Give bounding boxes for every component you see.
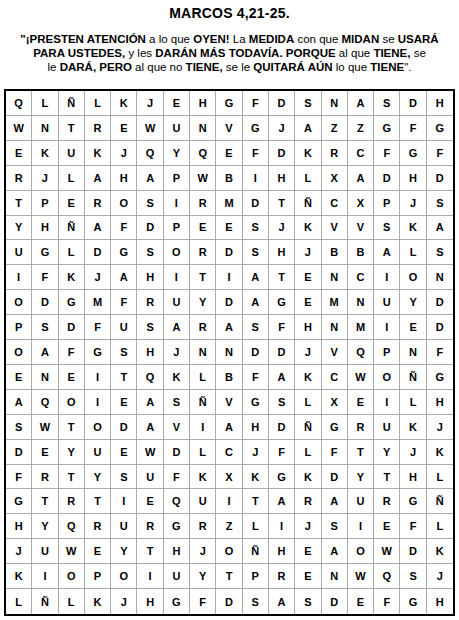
- grid-cell[interactable]: A: [348, 91, 374, 116]
- grid-cell[interactable]: V: [348, 216, 374, 241]
- grid-cell[interactable]: T: [190, 265, 216, 290]
- grid-cell[interactable]: G: [427, 116, 453, 141]
- grid-cell[interactable]: R: [137, 290, 163, 315]
- grid-cell[interactable]: Q: [348, 340, 374, 365]
- grid-cell[interactable]: N: [348, 290, 374, 315]
- grid-cell[interactable]: E: [111, 440, 137, 465]
- grid-cell[interactable]: B: [216, 166, 242, 191]
- grid-cell[interactable]: P: [6, 315, 32, 340]
- grid-cell[interactable]: F: [243, 141, 269, 166]
- grid-cell[interactable]: H: [32, 216, 58, 241]
- grid-cell[interactable]: S: [6, 415, 32, 440]
- grid-cell[interactable]: M: [322, 290, 348, 315]
- grid-cell[interactable]: A: [137, 415, 163, 440]
- grid-cell[interactable]: W: [190, 166, 216, 191]
- grid-cell[interactable]: Ñ: [59, 91, 85, 116]
- grid-cell[interactable]: E: [348, 390, 374, 415]
- grid-cell[interactable]: D: [243, 191, 269, 216]
- grid-cell[interactable]: R: [32, 465, 58, 490]
- grid-cell[interactable]: D: [269, 141, 295, 166]
- grid-cell[interactable]: L: [295, 390, 321, 415]
- grid-cell[interactable]: U: [374, 290, 400, 315]
- grid-cell[interactable]: D: [216, 589, 242, 614]
- grid-cell[interactable]: L: [427, 465, 453, 490]
- grid-cell[interactable]: I: [32, 564, 58, 589]
- grid-cell[interactable]: J: [111, 141, 137, 166]
- grid-cell[interactable]: Y: [400, 290, 426, 315]
- grid-cell[interactable]: U: [32, 539, 58, 564]
- grid-cell[interactable]: T: [374, 465, 400, 490]
- grid-cell[interactable]: K: [85, 589, 111, 614]
- grid-cell[interactable]: Ñ: [59, 216, 85, 241]
- grid-cell[interactable]: H: [137, 589, 163, 614]
- grid-cell[interactable]: V: [216, 390, 242, 415]
- grid-cell[interactable]: J: [111, 589, 137, 614]
- grid-cell[interactable]: B: [322, 240, 348, 265]
- grid-cell[interactable]: T: [216, 564, 242, 589]
- grid-cell[interactable]: Ñ: [427, 489, 453, 514]
- grid-cell[interactable]: A: [243, 290, 269, 315]
- grid-cell[interactable]: Ñ: [190, 390, 216, 415]
- grid-cell[interactable]: A: [427, 216, 453, 241]
- grid-cell[interactable]: G: [269, 465, 295, 490]
- grid-cell[interactable]: L: [243, 514, 269, 539]
- grid-cell[interactable]: R: [190, 191, 216, 216]
- grid-cell[interactable]: E: [6, 141, 32, 166]
- grid-cell[interactable]: U: [348, 489, 374, 514]
- grid-cell[interactable]: F: [190, 589, 216, 614]
- grid-cell[interactable]: P: [85, 564, 111, 589]
- grid-cell[interactable]: Q: [32, 390, 58, 415]
- grid-cell[interactable]: D: [59, 315, 85, 340]
- grid-cell[interactable]: Q: [137, 141, 163, 166]
- grid-cell[interactable]: D: [6, 440, 32, 465]
- grid-cell[interactable]: H: [427, 589, 453, 614]
- grid-cell[interactable]: S: [374, 216, 400, 241]
- grid-cell[interactable]: U: [59, 141, 85, 166]
- grid-cell[interactable]: A: [374, 240, 400, 265]
- grid-cell[interactable]: C: [216, 440, 242, 465]
- grid-cell[interactable]: J: [164, 340, 190, 365]
- grid-cell[interactable]: L: [59, 166, 85, 191]
- grid-cell[interactable]: N: [322, 265, 348, 290]
- grid-cell[interactable]: Q: [190, 141, 216, 166]
- grid-cell[interactable]: A: [322, 539, 348, 564]
- grid-cell[interactable]: T: [6, 191, 32, 216]
- grid-cell[interactable]: P: [374, 191, 400, 216]
- grid-cell[interactable]: E: [111, 390, 137, 415]
- grid-cell[interactable]: S: [111, 340, 137, 365]
- grid-cell[interactable]: I: [374, 390, 400, 415]
- grid-cell[interactable]: O: [111, 564, 137, 589]
- grid-cell[interactable]: D: [322, 589, 348, 614]
- grid-cell[interactable]: O: [164, 240, 190, 265]
- grid-cell[interactable]: D: [427, 166, 453, 191]
- grid-cell[interactable]: Q: [137, 365, 163, 390]
- grid-cell[interactable]: J: [137, 91, 163, 116]
- grid-cell[interactable]: E: [59, 191, 85, 216]
- grid-cell[interactable]: T: [59, 465, 85, 490]
- grid-cell[interactable]: P: [164, 216, 190, 241]
- grid-cell[interactable]: S: [374, 91, 400, 116]
- grid-cell[interactable]: K: [295, 465, 321, 490]
- grid-cell[interactable]: N: [190, 340, 216, 365]
- grid-cell[interactable]: R: [137, 514, 163, 539]
- grid-cell[interactable]: D: [427, 290, 453, 315]
- grid-cell[interactable]: H: [400, 166, 426, 191]
- grid-cell[interactable]: E: [295, 539, 321, 564]
- grid-cell[interactable]: Ñ: [32, 589, 58, 614]
- grid-cell[interactable]: G: [164, 514, 190, 539]
- grid-cell[interactable]: G: [322, 415, 348, 440]
- grid-cell[interactable]: O: [59, 564, 85, 589]
- grid-cell[interactable]: A: [295, 116, 321, 141]
- grid-cell[interactable]: J: [295, 240, 321, 265]
- grid-cell[interactable]: Q: [6, 91, 32, 116]
- grid-cell[interactable]: S: [322, 514, 348, 539]
- grid-cell[interactable]: P: [32, 191, 58, 216]
- grid-cell[interactable]: D: [400, 539, 426, 564]
- grid-cell[interactable]: V: [322, 340, 348, 365]
- grid-cell[interactable]: U: [137, 465, 163, 490]
- grid-cell[interactable]: R: [85, 191, 111, 216]
- grid-cell[interactable]: J: [32, 166, 58, 191]
- grid-cell[interactable]: W: [348, 365, 374, 390]
- grid-cell[interactable]: Q: [374, 564, 400, 589]
- grid-cell[interactable]: Y: [85, 465, 111, 490]
- grid-cell[interactable]: D: [374, 166, 400, 191]
- grid-cell[interactable]: Y: [59, 440, 85, 465]
- grid-cell[interactable]: W: [32, 415, 58, 440]
- grid-cell[interactable]: A: [216, 415, 242, 440]
- grid-cell[interactable]: J: [6, 539, 32, 564]
- grid-cell[interactable]: E: [59, 365, 85, 390]
- grid-cell[interactable]: S: [295, 589, 321, 614]
- grid-cell[interactable]: M: [348, 315, 374, 340]
- grid-cell[interactable]: T: [269, 265, 295, 290]
- grid-cell[interactable]: I: [243, 166, 269, 191]
- grid-cell[interactable]: I: [111, 489, 137, 514]
- grid-cell[interactable]: H: [6, 514, 32, 539]
- grid-cell[interactable]: D: [269, 415, 295, 440]
- grid-cell[interactable]: O: [400, 265, 426, 290]
- grid-cell[interactable]: K: [85, 141, 111, 166]
- grid-cell[interactable]: U: [190, 489, 216, 514]
- grid-cell[interactable]: B: [348, 240, 374, 265]
- grid-cell[interactable]: J: [243, 440, 269, 465]
- grid-cell[interactable]: E: [85, 539, 111, 564]
- grid-cell[interactable]: A: [137, 166, 163, 191]
- grid-cell[interactable]: H: [164, 539, 190, 564]
- grid-cell[interactable]: I: [137, 564, 163, 589]
- grid-cell[interactable]: H: [400, 465, 426, 490]
- grid-cell[interactable]: I: [269, 514, 295, 539]
- grid-cell[interactable]: E: [6, 365, 32, 390]
- grid-cell[interactable]: V: [164, 415, 190, 440]
- grid-cell[interactable]: D: [322, 465, 348, 490]
- grid-cell[interactable]: R: [348, 415, 374, 440]
- grid-cell[interactable]: T: [85, 489, 111, 514]
- grid-cell[interactable]: S: [243, 315, 269, 340]
- grid-cell[interactable]: Q: [164, 489, 190, 514]
- grid-cell[interactable]: X: [322, 390, 348, 415]
- grid-cell[interactable]: F: [269, 440, 295, 465]
- grid-cell[interactable]: U: [6, 240, 32, 265]
- grid-cell[interactable]: J: [295, 340, 321, 365]
- grid-cell[interactable]: A: [137, 390, 163, 415]
- grid-cell[interactable]: Z: [216, 514, 242, 539]
- grid-cell[interactable]: S: [32, 315, 58, 340]
- grid-cell[interactable]: H: [269, 240, 295, 265]
- grid-cell[interactable]: S: [243, 240, 269, 265]
- grid-cell[interactable]: H: [295, 315, 321, 340]
- grid-cell[interactable]: F: [85, 315, 111, 340]
- grid-cell[interactable]: Y: [164, 141, 190, 166]
- grid-cell[interactable]: D: [111, 415, 137, 440]
- grid-cell[interactable]: S: [295, 91, 321, 116]
- grid-cell[interactable]: R: [6, 166, 32, 191]
- grid-cell[interactable]: F: [269, 315, 295, 340]
- grid-cell[interactable]: S: [400, 564, 426, 589]
- grid-cell[interactable]: R: [190, 514, 216, 539]
- grid-cell[interactable]: O: [6, 290, 32, 315]
- grid-cell[interactable]: R: [85, 514, 111, 539]
- grid-cell[interactable]: H: [111, 166, 137, 191]
- grid-cell[interactable]: K: [427, 539, 453, 564]
- grid-cell[interactable]: G: [400, 489, 426, 514]
- grid-cell[interactable]: J: [295, 514, 321, 539]
- grid-cell[interactable]: S: [243, 216, 269, 241]
- grid-cell[interactable]: A: [164, 315, 190, 340]
- grid-cell[interactable]: I: [374, 315, 400, 340]
- grid-cell[interactable]: H: [427, 91, 453, 116]
- grid-cell[interactable]: K: [295, 365, 321, 390]
- grid-cell[interactable]: Y: [348, 465, 374, 490]
- grid-cell[interactable]: S: [269, 390, 295, 415]
- grid-cell[interactable]: I: [348, 514, 374, 539]
- grid-cell[interactable]: V: [322, 216, 348, 241]
- grid-cell[interactable]: D: [85, 240, 111, 265]
- grid-cell[interactable]: J: [400, 191, 426, 216]
- grid-cell[interactable]: G: [111, 240, 137, 265]
- grid-cell[interactable]: P: [374, 340, 400, 365]
- grid-cell[interactable]: A: [243, 265, 269, 290]
- grid-cell[interactable]: E: [190, 216, 216, 241]
- grid-cell[interactable]: F: [400, 116, 426, 141]
- grid-cell[interactable]: U: [164, 290, 190, 315]
- grid-cell[interactable]: O: [6, 340, 32, 365]
- grid-cell[interactable]: J: [85, 265, 111, 290]
- grid-cell[interactable]: K: [164, 365, 190, 390]
- grid-cell[interactable]: E: [400, 315, 426, 340]
- grid-cell[interactable]: L: [190, 440, 216, 465]
- grid-cell[interactable]: I: [6, 265, 32, 290]
- grid-cell[interactable]: Ñ: [243, 539, 269, 564]
- grid-cell[interactable]: Y: [111, 539, 137, 564]
- grid-cell[interactable]: D: [269, 91, 295, 116]
- grid-cell[interactable]: L: [32, 91, 58, 116]
- grid-cell[interactable]: Y: [190, 564, 216, 589]
- grid-cell[interactable]: E: [374, 514, 400, 539]
- grid-cell[interactable]: J: [269, 216, 295, 241]
- grid-cell[interactable]: L: [400, 240, 426, 265]
- grid-cell[interactable]: K: [32, 141, 58, 166]
- grid-cell[interactable]: K: [59, 265, 85, 290]
- grid-cell[interactable]: K: [243, 465, 269, 490]
- grid-cell[interactable]: N: [32, 116, 58, 141]
- grid-cell[interactable]: D: [400, 91, 426, 116]
- grid-cell[interactable]: S: [427, 191, 453, 216]
- grid-cell[interactable]: S: [137, 191, 163, 216]
- grid-cell[interactable]: G: [6, 489, 32, 514]
- grid-cell[interactable]: A: [6, 390, 32, 415]
- grid-cell[interactable]: P: [243, 564, 269, 589]
- grid-cell[interactable]: G: [427, 365, 453, 390]
- grid-cell[interactable]: A: [348, 166, 374, 191]
- grid-cell[interactable]: W: [374, 539, 400, 564]
- grid-cell[interactable]: L: [6, 589, 32, 614]
- grid-cell[interactable]: R: [269, 564, 295, 589]
- grid-cell[interactable]: S: [137, 240, 163, 265]
- grid-cell[interactable]: U: [111, 315, 137, 340]
- grid-cell[interactable]: E: [32, 440, 58, 465]
- grid-cell[interactable]: D: [269, 340, 295, 365]
- grid-cell[interactable]: R: [59, 489, 85, 514]
- grid-cell[interactable]: D: [243, 340, 269, 365]
- grid-cell[interactable]: A: [269, 489, 295, 514]
- grid-cell[interactable]: S: [427, 240, 453, 265]
- grid-cell[interactable]: Z: [348, 116, 374, 141]
- grid-cell[interactable]: I: [85, 390, 111, 415]
- grid-cell[interactable]: N: [322, 564, 348, 589]
- grid-cell[interactable]: A: [111, 265, 137, 290]
- grid-cell[interactable]: K: [295, 141, 321, 166]
- grid-cell[interactable]: G: [243, 116, 269, 141]
- grid-cell[interactable]: F: [6, 465, 32, 490]
- grid-cell[interactable]: Ñ: [295, 191, 321, 216]
- grid-cell[interactable]: W: [6, 116, 32, 141]
- grid-cell[interactable]: C: [322, 365, 348, 390]
- grid-cell[interactable]: U: [111, 514, 137, 539]
- grid-cell[interactable]: U: [164, 116, 190, 141]
- grid-cell[interactable]: K: [111, 91, 137, 116]
- grid-cell[interactable]: K: [6, 564, 32, 589]
- grid-cell[interactable]: J: [427, 564, 453, 589]
- grid-cell[interactable]: R: [322, 141, 348, 166]
- grid-cell[interactable]: L: [427, 514, 453, 539]
- grid-cell[interactable]: K: [400, 216, 426, 241]
- grid-cell[interactable]: R: [374, 489, 400, 514]
- grid-cell[interactable]: D: [164, 440, 190, 465]
- grid-cell[interactable]: G: [32, 240, 58, 265]
- grid-cell[interactable]: F: [111, 216, 137, 241]
- grid-cell[interactable]: H: [243, 415, 269, 440]
- grid-cell[interactable]: T: [137, 539, 163, 564]
- grid-cell[interactable]: A: [85, 166, 111, 191]
- grid-cell[interactable]: F: [32, 265, 58, 290]
- grid-cell[interactable]: E: [137, 489, 163, 514]
- grid-cell[interactable]: R: [85, 116, 111, 141]
- grid-cell[interactable]: O: [374, 365, 400, 390]
- grid-cell[interactable]: G: [216, 91, 242, 116]
- grid-cell[interactable]: J: [400, 440, 426, 465]
- grid-cell[interactable]: S: [111, 465, 137, 490]
- grid-cell[interactable]: I: [190, 415, 216, 440]
- grid-cell[interactable]: Y: [32, 514, 58, 539]
- grid-cell[interactable]: G: [374, 116, 400, 141]
- grid-cell[interactable]: D: [32, 290, 58, 315]
- grid-cell[interactable]: M: [85, 290, 111, 315]
- grid-cell[interactable]: N: [216, 340, 242, 365]
- grid-cell[interactable]: F: [59, 340, 85, 365]
- grid-cell[interactable]: T: [59, 116, 85, 141]
- grid-cell[interactable]: E: [164, 91, 190, 116]
- grid-cell[interactable]: H: [427, 390, 453, 415]
- grid-cell[interactable]: T: [243, 489, 269, 514]
- grid-cell[interactable]: L: [400, 390, 426, 415]
- grid-cell[interactable]: I: [216, 265, 242, 290]
- grid-cell[interactable]: N: [190, 116, 216, 141]
- grid-cell[interactable]: G: [269, 290, 295, 315]
- grid-cell[interactable]: V: [216, 116, 242, 141]
- grid-cell[interactable]: G: [59, 290, 85, 315]
- grid-cell[interactable]: G: [85, 340, 111, 365]
- grid-cell[interactable]: E: [216, 216, 242, 241]
- grid-cell[interactable]: I: [216, 489, 242, 514]
- grid-cell[interactable]: M: [216, 191, 242, 216]
- grid-cell[interactable]: A: [322, 489, 348, 514]
- grid-cell[interactable]: H: [269, 539, 295, 564]
- grid-cell[interactable]: N: [427, 265, 453, 290]
- grid-cell[interactable]: L: [295, 440, 321, 465]
- grid-cell[interactable]: W: [59, 539, 85, 564]
- grid-cell[interactable]: Y: [374, 440, 400, 465]
- grid-cell[interactable]: O: [111, 191, 137, 216]
- grid-cell[interactable]: L: [59, 240, 85, 265]
- grid-cell[interactable]: T: [59, 415, 85, 440]
- grid-cell[interactable]: P: [164, 166, 190, 191]
- grid-cell[interactable]: K: [427, 440, 453, 465]
- grid-cell[interactable]: F: [427, 141, 453, 166]
- grid-cell[interactable]: T: [111, 365, 137, 390]
- grid-cell[interactable]: I: [374, 265, 400, 290]
- grid-cell[interactable]: Ñ: [295, 415, 321, 440]
- grid-cell[interactable]: F: [427, 340, 453, 365]
- grid-cell[interactable]: T: [269, 191, 295, 216]
- grid-cell[interactable]: N: [32, 365, 58, 390]
- grid-cell[interactable]: F: [322, 440, 348, 465]
- grid-cell[interactable]: F: [400, 514, 426, 539]
- grid-cell[interactable]: S: [137, 315, 163, 340]
- grid-cell[interactable]: K: [400, 415, 426, 440]
- grid-cell[interactable]: R: [190, 240, 216, 265]
- grid-cell[interactable]: E: [295, 290, 321, 315]
- grid-cell[interactable]: C: [348, 265, 374, 290]
- grid-cell[interactable]: U: [85, 440, 111, 465]
- grid-cell[interactable]: R: [295, 489, 321, 514]
- grid-cell[interactable]: S: [164, 390, 190, 415]
- grid-cell[interactable]: T: [348, 440, 374, 465]
- grid-cell[interactable]: D: [216, 240, 242, 265]
- grid-cell[interactable]: K: [295, 216, 321, 241]
- grid-cell[interactable]: F: [374, 589, 400, 614]
- grid-cell[interactable]: Y: [6, 216, 32, 241]
- grid-cell[interactable]: A: [32, 340, 58, 365]
- grid-cell[interactable]: H: [190, 91, 216, 116]
- grid-cell[interactable]: H: [269, 166, 295, 191]
- grid-cell[interactable]: B: [216, 365, 242, 390]
- grid-cell[interactable]: J: [269, 116, 295, 141]
